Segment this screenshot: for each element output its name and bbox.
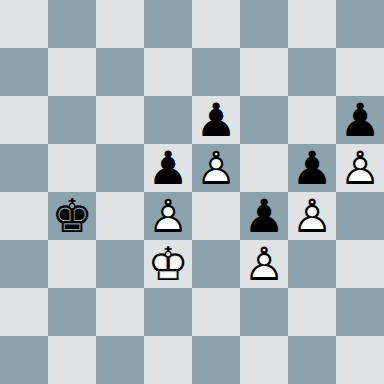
square-d4[interactable]: ♟♙ <box>144 192 192 240</box>
white-king[interactable]: ♚♔ <box>144 240 192 288</box>
square-d3[interactable]: ♚♔ <box>144 240 192 288</box>
square-d5[interactable]: ♟ <box>144 144 192 192</box>
square-b3[interactable] <box>48 240 96 288</box>
square-b5[interactable] <box>48 144 96 192</box>
square-d6[interactable] <box>144 96 192 144</box>
square-a8[interactable] <box>0 0 48 48</box>
square-g2[interactable] <box>288 288 336 336</box>
square-b7[interactable] <box>48 48 96 96</box>
square-d2[interactable] <box>144 288 192 336</box>
square-g8[interactable] <box>288 0 336 48</box>
square-d7[interactable] <box>144 48 192 96</box>
square-h4[interactable] <box>336 192 384 240</box>
square-a3[interactable] <box>0 240 48 288</box>
white-pawn[interactable]: ♟♙ <box>288 192 336 240</box>
square-c6[interactable] <box>96 96 144 144</box>
square-e7[interactable] <box>192 48 240 96</box>
square-e8[interactable] <box>192 0 240 48</box>
square-e4[interactable] <box>192 192 240 240</box>
square-a2[interactable] <box>0 288 48 336</box>
square-c4[interactable] <box>96 192 144 240</box>
white-pawn[interactable]: ♟♙ <box>192 144 240 192</box>
square-a5[interactable] <box>0 144 48 192</box>
black-pawn[interactable]: ♟ <box>288 144 336 192</box>
piece-glyph-outline: ♙ <box>288 192 336 240</box>
square-b2[interactable] <box>48 288 96 336</box>
piece-glyph: ♟ <box>192 96 240 144</box>
piece-glyph: ♟ <box>240 192 288 240</box>
square-f7[interactable] <box>240 48 288 96</box>
black-pawn[interactable]: ♟ <box>240 192 288 240</box>
black-pawn[interactable]: ♟ <box>336 96 384 144</box>
piece-glyph-outline: ♙ <box>192 144 240 192</box>
square-f8[interactable] <box>240 0 288 48</box>
square-g1[interactable] <box>288 336 336 384</box>
square-a4[interactable] <box>0 192 48 240</box>
piece-glyph-outline: ♔ <box>144 240 192 288</box>
square-h5[interactable]: ♟♙ <box>336 144 384 192</box>
square-f2[interactable] <box>240 288 288 336</box>
square-a7[interactable] <box>0 48 48 96</box>
square-c8[interactable] <box>96 0 144 48</box>
square-e3[interactable] <box>192 240 240 288</box>
square-b6[interactable] <box>48 96 96 144</box>
square-b8[interactable] <box>48 0 96 48</box>
white-pawn[interactable]: ♟♙ <box>336 144 384 192</box>
piece-glyph: ♟ <box>288 144 336 192</box>
square-f3[interactable]: ♟♙ <box>240 240 288 288</box>
square-f5[interactable] <box>240 144 288 192</box>
square-c7[interactable] <box>96 48 144 96</box>
square-a1[interactable] <box>0 336 48 384</box>
square-b1[interactable] <box>48 336 96 384</box>
square-a6[interactable] <box>0 96 48 144</box>
square-c1[interactable] <box>96 336 144 384</box>
piece-glyph-outline: ♙ <box>144 192 192 240</box>
piece-glyph: ♟ <box>144 144 192 192</box>
square-e2[interactable] <box>192 288 240 336</box>
square-f6[interactable] <box>240 96 288 144</box>
square-f4[interactable]: ♟ <box>240 192 288 240</box>
square-b4[interactable]: ♚ <box>48 192 96 240</box>
square-c5[interactable] <box>96 144 144 192</box>
white-pawn[interactable]: ♟♙ <box>240 240 288 288</box>
black-pawn[interactable]: ♟ <box>144 144 192 192</box>
square-h6[interactable]: ♟ <box>336 96 384 144</box>
black-king[interactable]: ♚ <box>48 192 96 240</box>
piece-glyph-outline: ♙ <box>240 240 288 288</box>
white-pawn[interactable]: ♟♙ <box>144 192 192 240</box>
square-h7[interactable] <box>336 48 384 96</box>
square-d8[interactable] <box>144 0 192 48</box>
square-g5[interactable]: ♟ <box>288 144 336 192</box>
chess-board: ♟♟♟♟♙♟♟♙♚♟♙♟♟♙♚♔♟♙ <box>0 0 384 384</box>
black-pawn[interactable]: ♟ <box>192 96 240 144</box>
piece-glyph-outline: ♙ <box>336 144 384 192</box>
square-h1[interactable] <box>336 336 384 384</box>
square-h8[interactable] <box>336 0 384 48</box>
square-e1[interactable] <box>192 336 240 384</box>
square-g7[interactable] <box>288 48 336 96</box>
square-g3[interactable] <box>288 240 336 288</box>
square-e6[interactable]: ♟ <box>192 96 240 144</box>
piece-glyph: ♟ <box>336 96 384 144</box>
square-g6[interactable] <box>288 96 336 144</box>
piece-glyph: ♚ <box>48 192 96 240</box>
square-d1[interactable] <box>144 336 192 384</box>
square-c2[interactable] <box>96 288 144 336</box>
square-c3[interactable] <box>96 240 144 288</box>
square-h3[interactable] <box>336 240 384 288</box>
square-g4[interactable]: ♟♙ <box>288 192 336 240</box>
square-e5[interactable]: ♟♙ <box>192 144 240 192</box>
square-h2[interactable] <box>336 288 384 336</box>
square-f1[interactable] <box>240 336 288 384</box>
